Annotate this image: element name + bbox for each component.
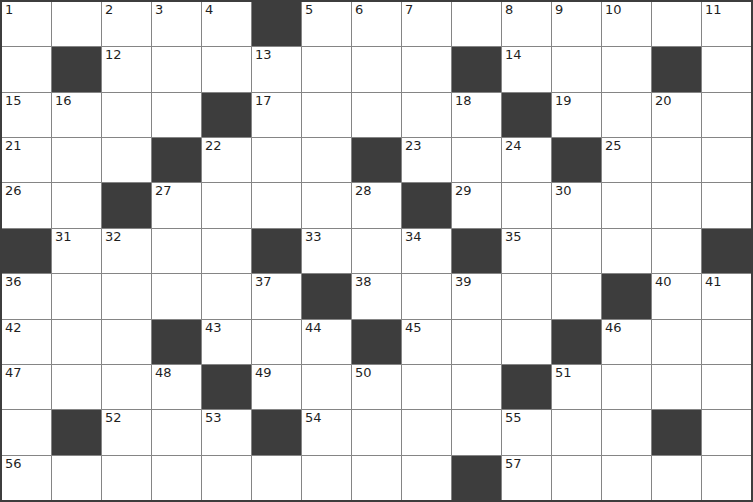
white-cell[interactable]: 29: [452, 183, 501, 227]
black-cell: [702, 229, 751, 273]
white-cell[interactable]: [402, 93, 451, 137]
clue-number: 23: [405, 138, 422, 154]
black-cell: [152, 320, 201, 364]
clue-number: 57: [505, 456, 522, 472]
white-cell[interactable]: 54: [302, 410, 351, 454]
white-cell[interactable]: [702, 138, 751, 182]
white-cell[interactable]: [152, 274, 201, 318]
white-cell[interactable]: [52, 365, 101, 409]
white-cell[interactable]: [452, 410, 501, 454]
white-cell[interactable]: [152, 229, 201, 273]
clue-number: 51: [555, 365, 572, 381]
white-cell[interactable]: [102, 365, 151, 409]
white-cell[interactable]: 44: [302, 320, 351, 364]
white-cell[interactable]: [102, 93, 151, 137]
white-cell[interactable]: [52, 456, 101, 500]
clue-number: 11: [705, 2, 722, 18]
white-cell[interactable]: 31: [52, 229, 101, 273]
clue-number: 12: [105, 47, 122, 63]
black-cell: [302, 274, 351, 318]
clue-number: 25: [605, 138, 622, 154]
white-cell[interactable]: [152, 410, 201, 454]
clue-number: 47: [5, 365, 22, 381]
white-cell[interactable]: [702, 183, 751, 227]
clue-number: 7: [405, 2, 413, 18]
white-cell[interactable]: 20: [652, 93, 701, 137]
clue-number: 24: [505, 138, 522, 154]
white-cell[interactable]: [702, 365, 751, 409]
white-cell[interactable]: [302, 138, 351, 182]
white-cell[interactable]: 32: [102, 229, 151, 273]
white-cell[interactable]: [202, 47, 251, 91]
white-cell[interactable]: [652, 456, 701, 500]
white-cell[interactable]: 35: [502, 229, 551, 273]
clue-number: 1: [5, 2, 13, 18]
white-cell[interactable]: 56: [2, 456, 51, 500]
white-cell[interactable]: [202, 183, 251, 227]
white-cell[interactable]: 36: [2, 274, 51, 318]
white-cell[interactable]: 10: [602, 2, 651, 46]
white-cell[interactable]: [652, 229, 701, 273]
clue-number: 18: [455, 93, 472, 109]
clue-number: 26: [5, 183, 22, 199]
clue-number: 32: [105, 229, 122, 245]
white-cell[interactable]: [702, 320, 751, 364]
clue-number: 5: [305, 2, 313, 18]
clue-number: 54: [305, 410, 322, 426]
white-cell[interactable]: [152, 456, 201, 500]
white-cell[interactable]: [152, 93, 201, 137]
white-cell[interactable]: [2, 47, 51, 91]
white-cell[interactable]: 52: [102, 410, 151, 454]
clue-number: 43: [205, 320, 222, 336]
white-cell[interactable]: 27: [152, 183, 201, 227]
white-cell[interactable]: 34: [402, 229, 451, 273]
white-cell[interactable]: [102, 138, 151, 182]
white-cell[interactable]: [52, 183, 101, 227]
white-cell[interactable]: [502, 274, 551, 318]
clue-number: 2: [105, 2, 113, 18]
black-cell: [352, 320, 401, 364]
white-cell[interactable]: [352, 229, 401, 273]
white-cell[interactable]: [52, 138, 101, 182]
clue-number: 48: [155, 365, 172, 381]
white-cell[interactable]: [652, 320, 701, 364]
white-cell[interactable]: [352, 456, 401, 500]
white-cell[interactable]: [602, 456, 651, 500]
clue-number: 31: [55, 229, 72, 245]
white-cell[interactable]: 6: [352, 2, 401, 46]
black-cell: [202, 365, 251, 409]
black-cell: [652, 410, 701, 454]
white-cell[interactable]: 48: [152, 365, 201, 409]
white-cell[interactable]: 38: [352, 274, 401, 318]
white-cell[interactable]: 13: [252, 47, 301, 91]
clue-number: 8: [505, 2, 513, 18]
clue-number: 36: [5, 274, 22, 290]
white-cell[interactable]: [52, 274, 101, 318]
white-cell[interactable]: [702, 93, 751, 137]
white-cell[interactable]: [652, 365, 701, 409]
black-cell: [552, 138, 601, 182]
clue-number: 14: [505, 47, 522, 63]
white-cell[interactable]: [552, 47, 601, 91]
clue-number: 30: [555, 183, 572, 199]
clue-number: 29: [455, 183, 472, 199]
white-cell[interactable]: [202, 229, 251, 273]
white-cell[interactable]: [602, 47, 651, 91]
black-cell: [602, 274, 651, 318]
white-cell[interactable]: 17: [252, 93, 301, 137]
white-cell[interactable]: 19: [552, 93, 601, 137]
clue-number: 50: [355, 365, 372, 381]
white-cell[interactable]: 47: [2, 365, 51, 409]
white-cell[interactable]: [352, 47, 401, 91]
black-cell: [52, 47, 101, 91]
black-cell: [52, 410, 101, 454]
white-cell[interactable]: [302, 365, 351, 409]
white-cell[interactable]: 8: [502, 2, 551, 46]
white-cell[interactable]: [352, 410, 401, 454]
clue-number: 52: [105, 410, 122, 426]
clue-number: 40: [655, 274, 672, 290]
white-cell[interactable]: [252, 138, 301, 182]
white-cell[interactable]: 12: [102, 47, 151, 91]
white-cell[interactable]: [52, 2, 101, 46]
white-cell[interactable]: [252, 456, 301, 500]
white-cell[interactable]: [402, 274, 451, 318]
white-cell[interactable]: 33: [302, 229, 351, 273]
black-cell: [502, 365, 551, 409]
white-cell[interactable]: [702, 47, 751, 91]
clue-number: 6: [355, 2, 363, 18]
white-cell[interactable]: 15: [2, 93, 51, 137]
white-cell[interactable]: [202, 456, 251, 500]
clue-number: 22: [205, 138, 222, 154]
white-cell[interactable]: [552, 456, 601, 500]
white-cell[interactable]: [452, 2, 501, 46]
clue-number: 45: [405, 320, 422, 336]
white-cell[interactable]: [702, 456, 751, 500]
white-cell[interactable]: [352, 93, 401, 137]
clue-number: 4: [205, 2, 213, 18]
black-cell: [452, 456, 501, 500]
white-cell[interactable]: [302, 47, 351, 91]
white-cell[interactable]: [252, 320, 301, 364]
white-cell[interactable]: 45: [402, 320, 451, 364]
crossword-grid: 1234567891011121314151617181920212223242…: [0, 0, 753, 502]
white-cell[interactable]: 1: [2, 2, 51, 46]
white-cell[interactable]: [502, 320, 551, 364]
white-cell[interactable]: [602, 229, 651, 273]
clue-number: 21: [5, 138, 22, 154]
white-cell[interactable]: [202, 274, 251, 318]
white-cell[interactable]: 18: [452, 93, 501, 137]
white-cell[interactable]: 25: [602, 138, 651, 182]
white-cell[interactable]: 2: [102, 2, 151, 46]
clue-number: 37: [255, 274, 272, 290]
white-cell[interactable]: 21: [2, 138, 51, 182]
white-cell[interactable]: 9: [552, 2, 601, 46]
white-cell[interactable]: [452, 365, 501, 409]
black-cell: [252, 410, 301, 454]
white-cell[interactable]: [402, 47, 451, 91]
clue-number: 3: [155, 2, 163, 18]
clue-number: 16: [55, 93, 72, 109]
white-cell[interactable]: [552, 274, 601, 318]
clue-number: 20: [655, 93, 672, 109]
white-cell[interactable]: 11: [702, 2, 751, 46]
white-cell[interactable]: [552, 410, 601, 454]
white-cell[interactable]: [102, 274, 151, 318]
clue-number: 42: [5, 320, 22, 336]
clue-number: 46: [605, 320, 622, 336]
black-cell: [452, 47, 501, 91]
white-cell[interactable]: 30: [552, 183, 601, 227]
white-cell[interactable]: [652, 183, 701, 227]
white-cell[interactable]: [302, 456, 351, 500]
white-cell[interactable]: [302, 93, 351, 137]
clue-number: 17: [255, 93, 272, 109]
white-cell[interactable]: 28: [352, 183, 401, 227]
black-cell: [152, 138, 201, 182]
white-cell[interactable]: 24: [502, 138, 551, 182]
white-cell[interactable]: [402, 410, 451, 454]
clue-number: 38: [355, 274, 372, 290]
clue-number: 35: [505, 229, 522, 245]
black-cell: [652, 47, 701, 91]
clue-number: 34: [405, 229, 422, 245]
clue-number: 55: [505, 410, 522, 426]
white-cell[interactable]: [702, 410, 751, 454]
clue-number: 9: [555, 2, 563, 18]
white-cell[interactable]: 26: [2, 183, 51, 227]
white-cell[interactable]: [52, 320, 101, 364]
clue-number: 27: [155, 183, 172, 199]
clue-number: 13: [255, 47, 272, 63]
black-cell: [252, 2, 301, 46]
clue-number: 49: [255, 365, 272, 381]
white-cell[interactable]: 39: [452, 274, 501, 318]
white-cell[interactable]: 53: [202, 410, 251, 454]
white-cell[interactable]: 43: [202, 320, 251, 364]
white-cell[interactable]: 49: [252, 365, 301, 409]
white-cell[interactable]: 3: [152, 2, 201, 46]
white-cell[interactable]: [102, 320, 151, 364]
clue-number: 15: [5, 93, 22, 109]
white-cell[interactable]: 16: [52, 93, 101, 137]
white-cell[interactable]: 4: [202, 2, 251, 46]
white-cell[interactable]: 5: [302, 2, 351, 46]
clue-number: 39: [455, 274, 472, 290]
white-cell[interactable]: 55: [502, 410, 551, 454]
white-cell[interactable]: [452, 320, 501, 364]
white-cell[interactable]: [152, 47, 201, 91]
white-cell[interactable]: 41: [702, 274, 751, 318]
white-cell[interactable]: 50: [352, 365, 401, 409]
white-cell[interactable]: 42: [2, 320, 51, 364]
clue-number: 10: [605, 2, 622, 18]
black-cell: [502, 93, 551, 137]
white-cell[interactable]: [602, 365, 651, 409]
white-cell[interactable]: 22: [202, 138, 251, 182]
black-cell: [552, 320, 601, 364]
white-cell[interactable]: 40: [652, 274, 701, 318]
white-cell[interactable]: [502, 183, 551, 227]
clue-number: 28: [355, 183, 372, 199]
clue-number: 44: [305, 320, 322, 336]
black-cell: [102, 183, 151, 227]
white-cell[interactable]: [652, 2, 701, 46]
white-cell[interactable]: [652, 138, 701, 182]
white-cell[interactable]: [602, 183, 651, 227]
white-cell[interactable]: 14: [502, 47, 551, 91]
white-cell[interactable]: 23: [402, 138, 451, 182]
white-cell[interactable]: [252, 183, 301, 227]
white-cell[interactable]: 7: [402, 2, 451, 46]
white-cell[interactable]: 37: [252, 274, 301, 318]
white-cell[interactable]: 46: [602, 320, 651, 364]
black-cell: [252, 229, 301, 273]
white-cell[interactable]: [402, 456, 451, 500]
black-cell: [2, 229, 51, 273]
black-cell: [352, 138, 401, 182]
clue-number: 41: [705, 274, 722, 290]
white-cell[interactable]: [2, 410, 51, 454]
white-cell[interactable]: [102, 456, 151, 500]
white-cell[interactable]: [302, 183, 351, 227]
white-cell[interactable]: [602, 410, 651, 454]
clue-number: 56: [5, 456, 22, 472]
white-cell[interactable]: [452, 138, 501, 182]
clue-number: 53: [205, 410, 222, 426]
clue-number: 33: [305, 229, 322, 245]
white-cell[interactable]: 57: [502, 456, 551, 500]
black-cell: [202, 93, 251, 137]
white-cell[interactable]: 51: [552, 365, 601, 409]
white-cell[interactable]: [552, 229, 601, 273]
black-cell: [452, 229, 501, 273]
white-cell[interactable]: [402, 365, 451, 409]
white-cell[interactable]: [602, 93, 651, 137]
black-cell: [402, 183, 451, 227]
clue-number: 19: [555, 93, 572, 109]
